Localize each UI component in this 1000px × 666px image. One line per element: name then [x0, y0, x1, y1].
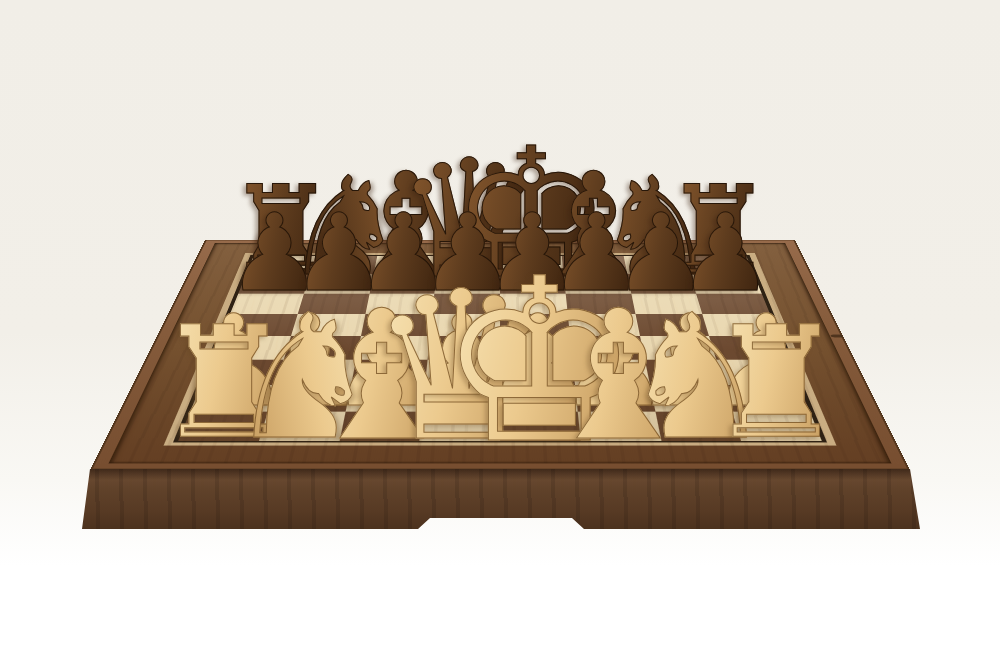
- piece-white-r-h1[interactable]: ♜: [707, 306, 845, 460]
- pieces-layer: ♜♞♝♛♚♝♞♜♟♟♟♟♟♟♟♟♟♟♟♟♟♟♟♟♜♞♝♛♚♝♞♜: [0, 0, 1000, 666]
- photo-backdrop: ♜♞♝♛♚♝♞♜♟♟♟♟♟♟♟♟♟♟♟♟♟♟♟♟♜♞♝♛♚♝♞♜: [0, 0, 1000, 666]
